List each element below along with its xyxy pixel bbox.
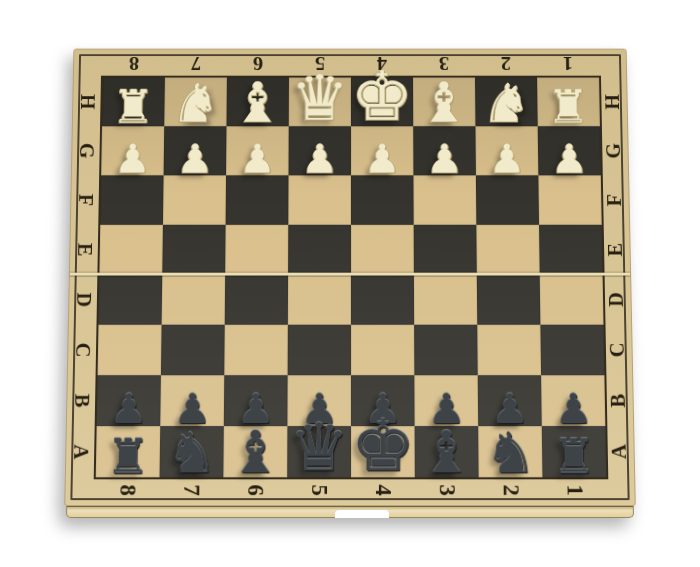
white-bishop[interactable]: ♝ [232, 75, 284, 130]
white-pawn[interactable]: ♟ [176, 139, 213, 179]
square-D6[interactable] [225, 275, 288, 325]
square-A1[interactable]: ♜ [542, 426, 607, 477]
square-F8[interactable] [100, 175, 163, 224]
square-B8[interactable]: ♟ [97, 375, 161, 426]
white-pawn[interactable]: ♟ [488, 139, 525, 179]
square-E4[interactable] [351, 225, 414, 275]
square-D1[interactable] [540, 275, 604, 325]
white-knight[interactable]: ♞ [170, 77, 220, 130]
square-A2[interactable]: ♞ [478, 426, 542, 477]
square-E3[interactable] [414, 225, 477, 275]
board-side-edge [66, 506, 634, 518]
square-F2[interactable] [476, 175, 539, 224]
black-knight[interactable]: ♞ [166, 425, 218, 481]
square-F7[interactable] [163, 175, 226, 224]
square-D5[interactable] [288, 275, 351, 325]
fold-seam [70, 273, 630, 276]
chess-set: 87654321 87654321 HGFEDCBA HGFEDCBA ♜♞♝♛… [64, 49, 636, 518]
black-rook[interactable]: ♜ [552, 433, 597, 481]
black-queen[interactable]: ♛ [289, 415, 349, 481]
square-E5[interactable] [288, 225, 351, 275]
square-C1[interactable] [540, 325, 604, 376]
square-A5[interactable]: ♛ [287, 426, 351, 477]
square-F3[interactable] [413, 175, 476, 224]
square-D2[interactable] [477, 275, 541, 325]
white-rook[interactable]: ♜ [112, 84, 155, 130]
square-D7[interactable] [162, 275, 226, 325]
square-F5[interactable] [288, 175, 351, 224]
square-D8[interactable] [98, 275, 162, 325]
white-pawn[interactable]: ♟ [551, 139, 588, 179]
white-pawn[interactable]: ♟ [364, 139, 401, 179]
clasp-notch [335, 510, 389, 518]
square-F4[interactable] [351, 175, 414, 224]
square-B2[interactable]: ♟ [478, 375, 542, 426]
square-A6[interactable]: ♝ [223, 426, 287, 477]
square-E8[interactable] [99, 225, 163, 275]
black-bishop[interactable]: ♝ [229, 423, 282, 481]
black-king[interactable]: ♚ [351, 410, 415, 481]
square-C4[interactable] [351, 325, 414, 376]
square-H5[interactable]: ♛ [289, 78, 351, 127]
square-C7[interactable] [161, 325, 225, 376]
square-H4[interactable]: ♚ [351, 78, 413, 127]
white-bishop[interactable]: ♝ [418, 75, 470, 130]
square-F1[interactable] [538, 175, 601, 224]
square-H2[interactable]: ♞ [475, 78, 538, 127]
square-C5[interactable] [288, 325, 351, 376]
white-king[interactable]: ♚ [351, 63, 414, 130]
square-A8[interactable]: ♜ [96, 426, 161, 477]
chess-board: 87654321 87654321 HGFEDCBA HGFEDCBA ♜♞♝♛… [64, 49, 636, 506]
white-pawn[interactable]: ♟ [426, 139, 463, 179]
square-H6[interactable]: ♝ [226, 78, 288, 127]
black-pawn[interactable]: ♟ [554, 389, 592, 430]
rank-label-top-1: 1 [537, 50, 599, 78]
square-A7[interactable]: ♞ [160, 426, 224, 477]
square-E6[interactable] [225, 225, 288, 275]
square-A4[interactable]: ♚ [351, 426, 415, 477]
square-C6[interactable] [224, 325, 288, 376]
photo-background: 87654321 87654321 HGFEDCBA HGFEDCBA ♜♞♝♛… [0, 0, 700, 567]
black-rook[interactable]: ♜ [106, 433, 151, 481]
square-E2[interactable] [476, 225, 539, 275]
square-E7[interactable] [162, 225, 225, 275]
square-A3[interactable]: ♝ [415, 426, 479, 477]
square-H7[interactable]: ♞ [164, 78, 227, 127]
square-F6[interactable] [226, 175, 289, 224]
white-rook[interactable]: ♜ [547, 84, 590, 130]
square-D4[interactable] [351, 275, 414, 325]
square-D3[interactable] [414, 275, 477, 325]
white-queen[interactable]: ♛ [291, 67, 349, 130]
square-B7[interactable]: ♟ [160, 375, 224, 426]
black-knight[interactable]: ♞ [485, 425, 537, 481]
square-E1[interactable] [539, 225, 603, 275]
square-C8[interactable] [98, 325, 162, 376]
square-B1[interactable]: ♟ [541, 375, 605, 426]
white-pawn[interactable]: ♟ [114, 139, 151, 179]
black-pawn[interactable]: ♟ [110, 389, 148, 430]
white-knight[interactable]: ♞ [481, 77, 531, 130]
square-H8[interactable]: ♜ [102, 78, 165, 127]
board-grid: ♜♞♝♛♚♝♞♜♟♟♟♟♟♟♟♟♟♟♟♟♟♟♟♟♜♞♝♛♚♝♞♜ [96, 78, 607, 478]
square-H1[interactable]: ♜ [537, 78, 600, 127]
square-C2[interactable] [477, 325, 541, 376]
white-pawn[interactable]: ♟ [239, 139, 276, 179]
square-H3[interactable]: ♝ [413, 78, 475, 127]
square-C3[interactable] [414, 325, 478, 376]
black-bishop[interactable]: ♝ [420, 423, 473, 481]
rank-label-top-8: 8 [103, 50, 165, 78]
white-pawn[interactable]: ♟ [301, 139, 338, 179]
